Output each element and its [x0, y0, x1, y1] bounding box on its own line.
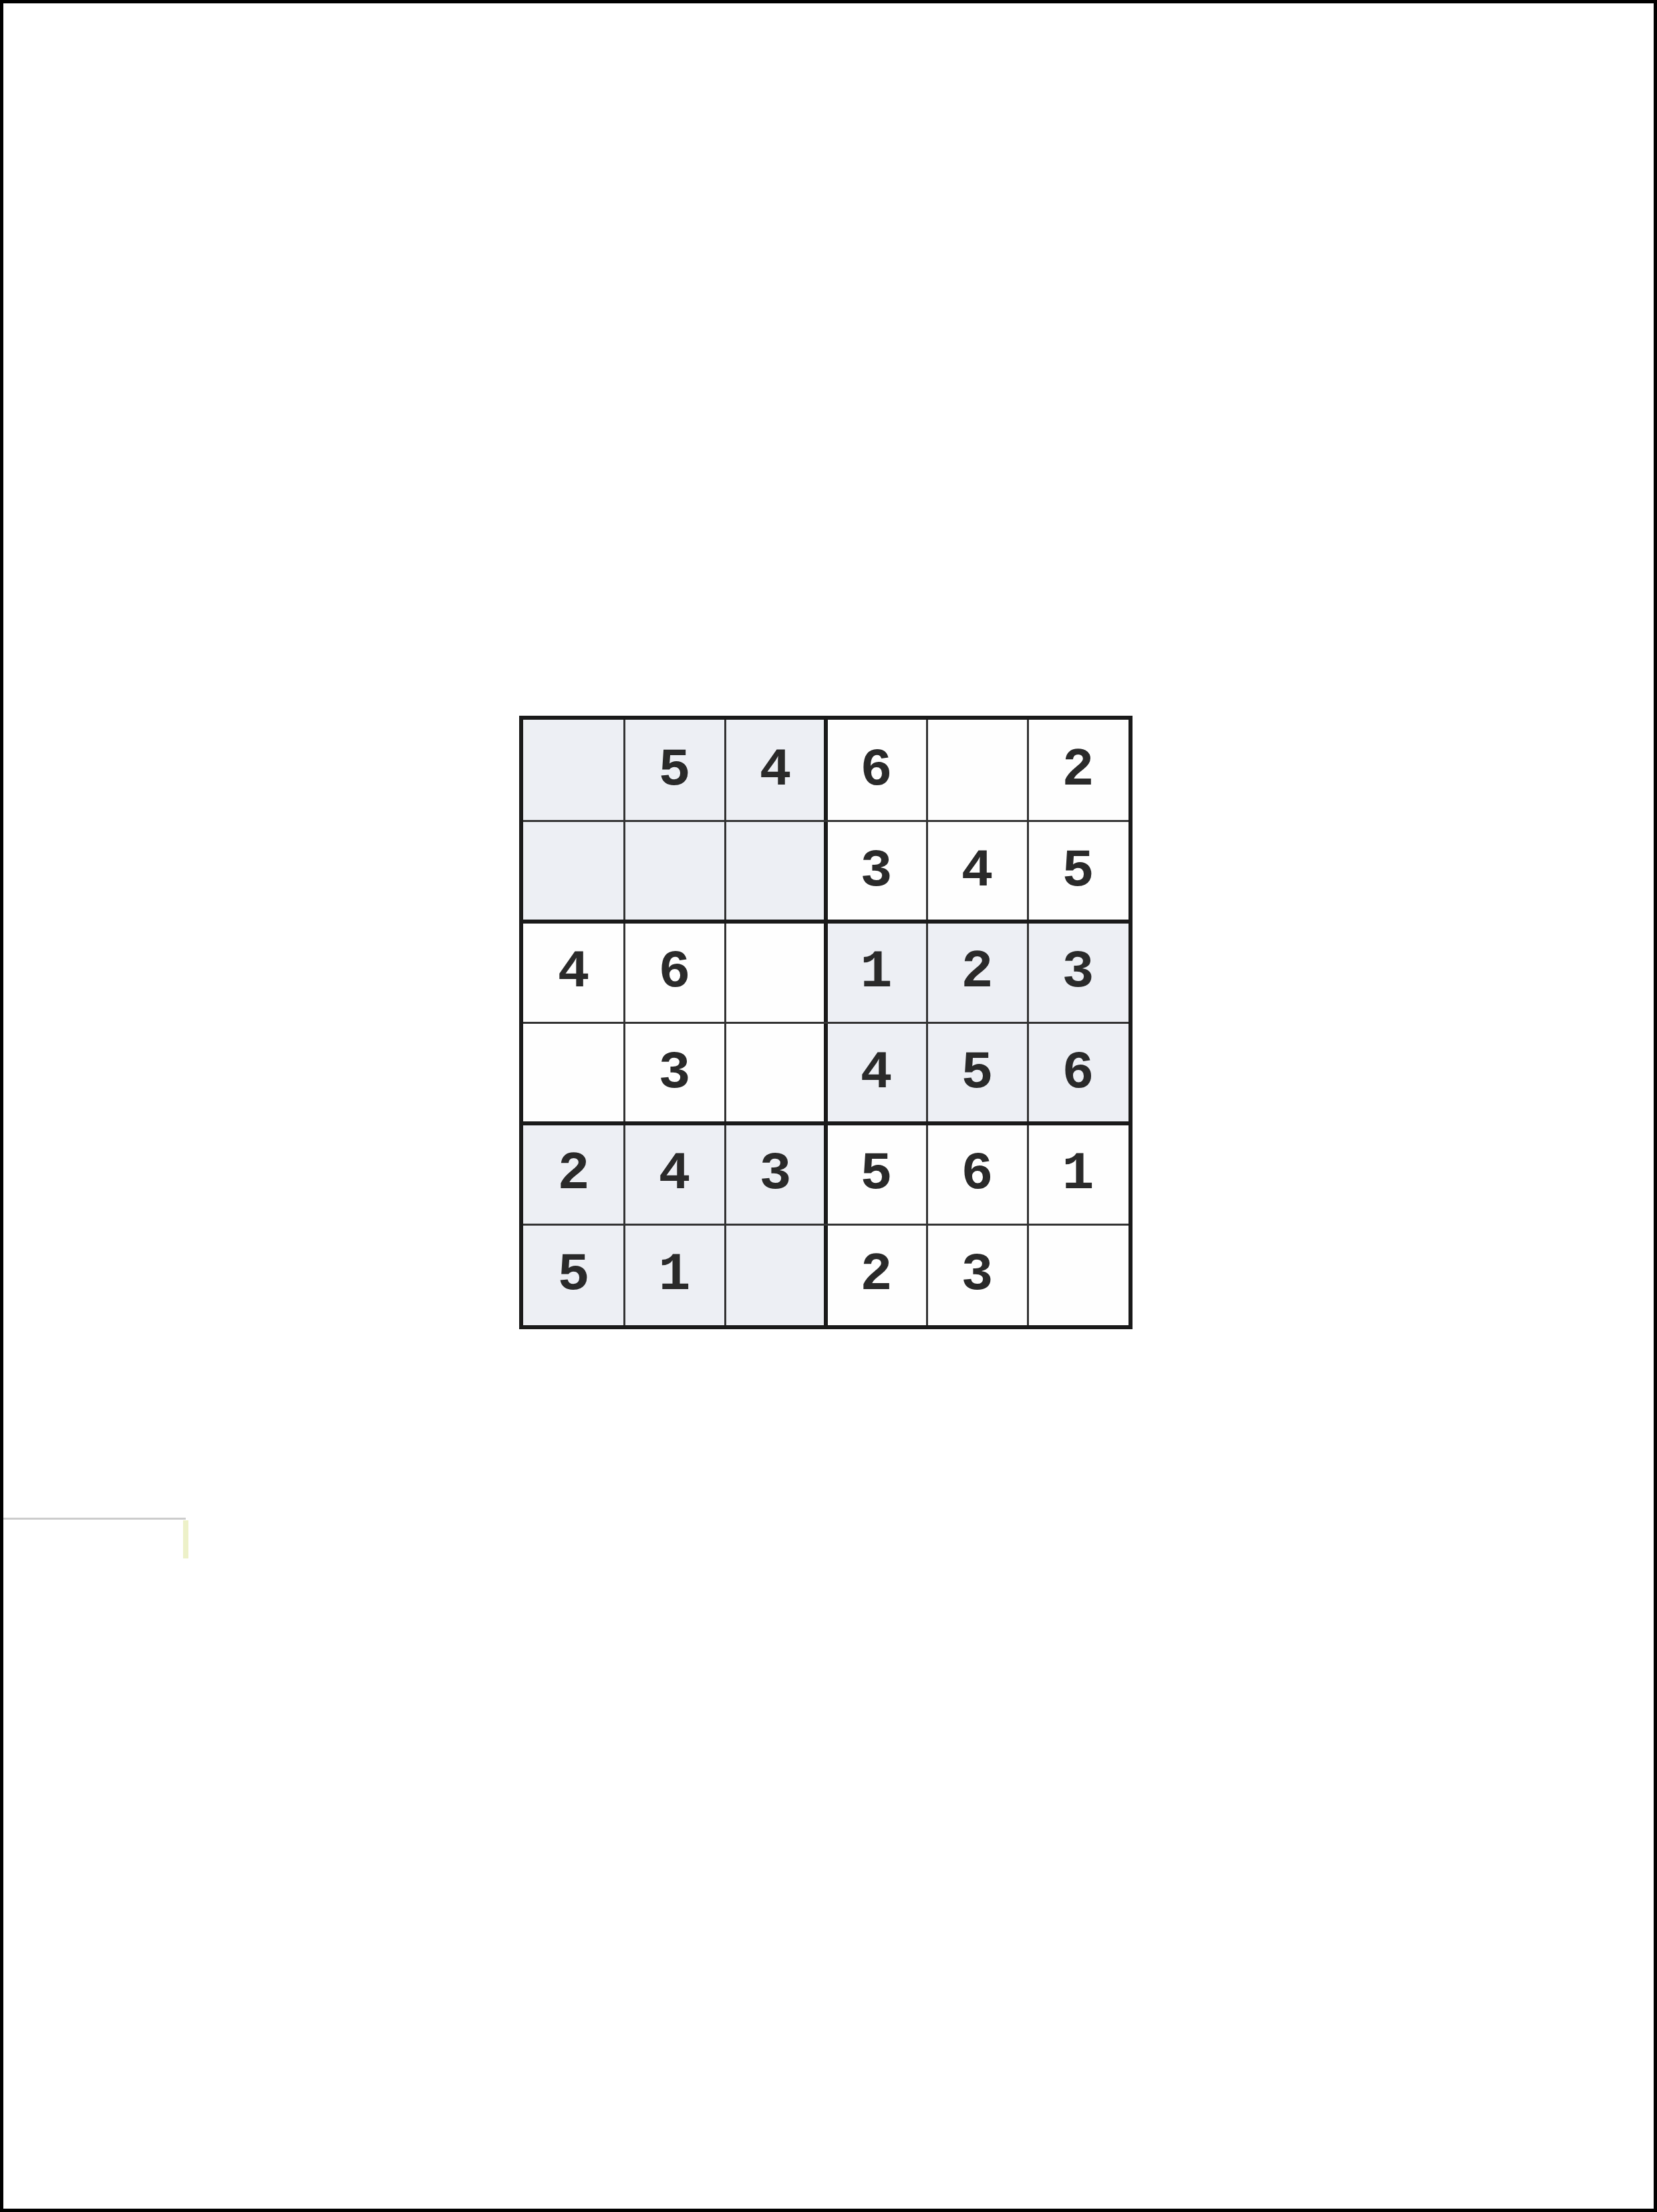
box-divider-horizontal [523, 920, 1128, 924]
cell-r1c5[interactable] [927, 720, 1028, 821]
cell-line-horizontal [523, 1224, 1128, 1226]
cell-r5c1: 2 [523, 1123, 624, 1224]
cell-r3c5: 2 [927, 922, 1028, 1022]
sudoku-board: 54623454612334562435615123 [519, 716, 1133, 1329]
box-divider-horizontal [523, 1121, 1128, 1125]
cell-r5c4: 5 [826, 1123, 927, 1224]
cell-r6c4: 2 [826, 1224, 927, 1325]
cell-r5c2: 4 [624, 1123, 725, 1224]
cell-r5c3: 3 [725, 1123, 826, 1224]
cell-r4c4: 4 [826, 1022, 927, 1123]
scan-artifact-line [3, 1518, 186, 1520]
scan-artifact-smudge [183, 1520, 188, 1558]
cell-r3c2: 6 [624, 922, 725, 1022]
cell-r6c1: 5 [523, 1224, 624, 1325]
cell-r6c5: 3 [927, 1224, 1028, 1325]
cell-r2c5: 4 [927, 821, 1028, 922]
cell-r2c1[interactable] [523, 821, 624, 922]
cell-r4c1[interactable] [523, 1022, 624, 1123]
cell-r2c4: 3 [826, 821, 927, 922]
cell-line-horizontal [523, 1022, 1128, 1024]
cell-r5c5: 6 [927, 1123, 1028, 1224]
cell-r2c6: 5 [1028, 821, 1128, 922]
cell-r4c6: 6 [1028, 1022, 1128, 1123]
cell-r5c6: 1 [1028, 1123, 1128, 1224]
cell-r1c6: 2 [1028, 720, 1128, 821]
cell-r1c1[interactable] [523, 720, 624, 821]
cell-line-horizontal [523, 820, 1128, 822]
cell-r1c4: 6 [826, 720, 927, 821]
cell-r4c3[interactable] [725, 1022, 826, 1123]
cell-r3c4: 1 [826, 922, 927, 1022]
cell-r3c6: 3 [1028, 922, 1128, 1022]
cell-r4c2: 3 [624, 1022, 725, 1123]
cell-r3c1: 4 [523, 922, 624, 1022]
scanned-puzzle-page: 54623454612334562435615123 [0, 0, 1657, 2212]
cell-r3c3[interactable] [725, 922, 826, 1022]
cell-r2c3[interactable] [725, 821, 826, 922]
cell-r1c2: 5 [624, 720, 725, 821]
cell-r6c2: 1 [624, 1224, 725, 1325]
cell-r2c2[interactable] [624, 821, 725, 922]
cell-r1c3: 4 [725, 720, 826, 821]
cell-r6c6[interactable] [1028, 1224, 1128, 1325]
cell-r6c3[interactable] [725, 1224, 826, 1325]
cell-r4c5: 5 [927, 1022, 1028, 1123]
